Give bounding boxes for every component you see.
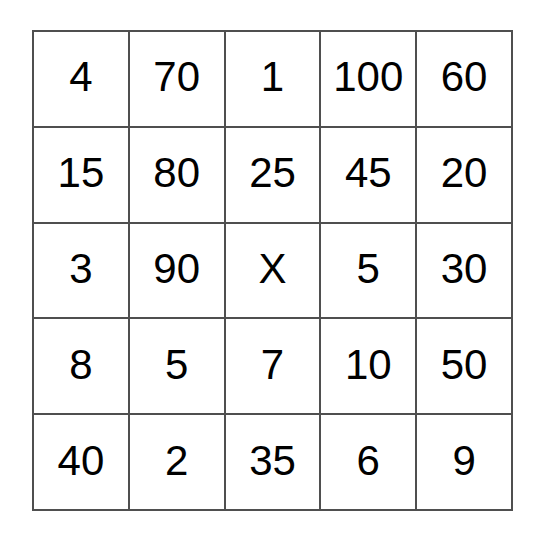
bingo-cell-r3c1[interactable]: 3 xyxy=(34,224,128,318)
bingo-board: 4701100601580254520390X53085710504023569 xyxy=(32,30,513,511)
bingo-cell-r2c2[interactable]: 80 xyxy=(130,128,224,222)
bingo-cell-r1c1[interactable]: 4 xyxy=(34,32,128,126)
bingo-cell-r3c5[interactable]: 30 xyxy=(417,224,511,318)
bingo-cell-r1c3[interactable]: 1 xyxy=(226,32,320,126)
bingo-cell-r1c2[interactable]: 70 xyxy=(130,32,224,126)
bingo-cell-r5c3[interactable]: 35 xyxy=(226,415,320,509)
bingo-cell-r5c5[interactable]: 9 xyxy=(417,415,511,509)
bingo-cell-r2c1[interactable]: 15 xyxy=(34,128,128,222)
bingo-cell-r5c1[interactable]: 40 xyxy=(34,415,128,509)
bingo-cell-r4c4[interactable]: 10 xyxy=(321,319,415,413)
bingo-cell-r5c4[interactable]: 6 xyxy=(321,415,415,509)
free-space-cell[interactable]: X xyxy=(226,224,320,318)
bingo-cell-r2c4[interactable]: 45 xyxy=(321,128,415,222)
bingo-cell-r1c5[interactable]: 60 xyxy=(417,32,511,126)
bingo-cell-r4c2[interactable]: 5 xyxy=(130,319,224,413)
bingo-cell-r4c5[interactable]: 50 xyxy=(417,319,511,413)
bingo-cell-r3c2[interactable]: 90 xyxy=(130,224,224,318)
bingo-cell-r5c2[interactable]: 2 xyxy=(130,415,224,509)
bingo-cell-r3c4[interactable]: 5 xyxy=(321,224,415,318)
bingo-cell-r1c4[interactable]: 100 xyxy=(321,32,415,126)
bingo-cell-r2c3[interactable]: 25 xyxy=(226,128,320,222)
bingo-cell-r4c1[interactable]: 8 xyxy=(34,319,128,413)
bingo-cell-r2c5[interactable]: 20 xyxy=(417,128,511,222)
bingo-cell-r4c3[interactable]: 7 xyxy=(226,319,320,413)
